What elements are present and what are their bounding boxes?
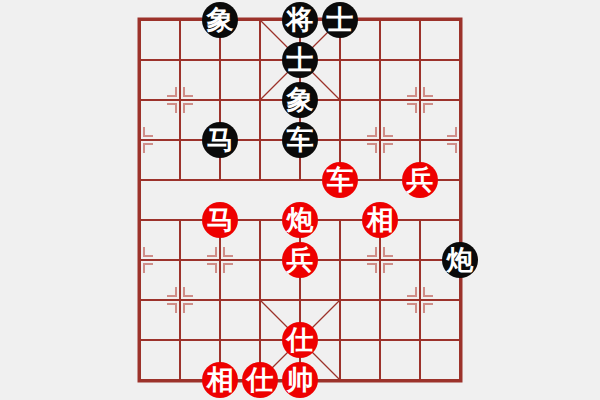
piece-black-elephant[interactable]: 象: [202, 2, 238, 38]
piece-red-pawn[interactable]: 兵: [402, 162, 438, 198]
xiangqi-board: 象将士士象马车炮车兵马炮相兵仕相仕帅: [0, 0, 600, 400]
piece-black-advisor[interactable]: 士: [282, 42, 318, 78]
piece-red-elephant[interactable]: 相: [202, 362, 238, 398]
piece-red-general[interactable]: 帅: [282, 362, 318, 398]
piece-black-elephant[interactable]: 象: [282, 82, 318, 118]
piece-black-chariot[interactable]: 车: [282, 122, 318, 158]
piece-red-pawn[interactable]: 兵: [282, 242, 318, 278]
piece-red-advisor[interactable]: 仕: [242, 362, 278, 398]
piece-red-cannon[interactable]: 炮: [282, 202, 318, 238]
piece-red-advisor[interactable]: 仕: [282, 322, 318, 358]
piece-black-general[interactable]: 将: [282, 2, 318, 38]
piece-black-horse[interactable]: 马: [202, 122, 238, 158]
piece-red-elephant[interactable]: 相: [362, 202, 398, 238]
piece-red-horse[interactable]: 马: [202, 202, 238, 238]
piece-red-chariot[interactable]: 车: [322, 162, 358, 198]
piece-black-cannon[interactable]: 炮: [442, 242, 478, 278]
piece-black-advisor[interactable]: 士: [322, 2, 358, 38]
pieces-layer: 象将士士象马车炮车兵马炮相兵仕相仕帅: [0, 0, 600, 400]
